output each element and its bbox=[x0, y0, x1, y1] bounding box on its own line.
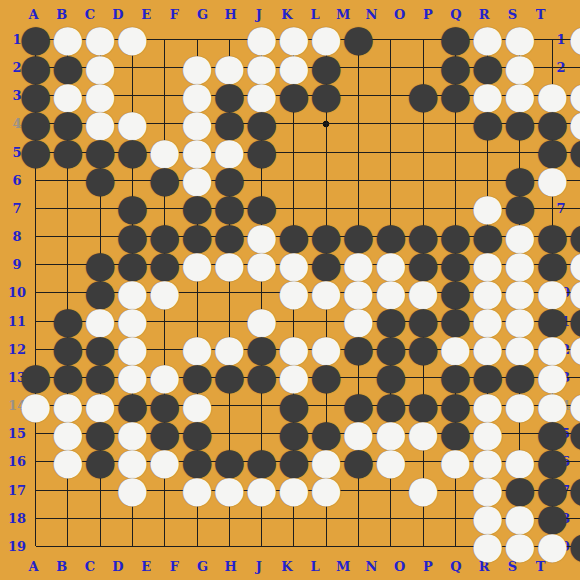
board-point-F8[interactable]: ● bbox=[181, 223, 213, 251]
board-point-P10[interactable]: ● bbox=[472, 279, 504, 307]
board-point-A13[interactable]: ● bbox=[19, 363, 51, 391]
board-point-P15[interactable]: ● bbox=[472, 420, 504, 448]
board-point-O2[interactable]: ● bbox=[439, 54, 471, 82]
board-point-K18[interactable] bbox=[310, 504, 342, 532]
board-point-D7[interactable]: ● bbox=[116, 194, 148, 222]
board-point-S11[interactable]: ● bbox=[568, 307, 580, 335]
board-point-A10[interactable] bbox=[19, 279, 51, 307]
board-point-F2[interactable]: ● bbox=[181, 54, 213, 82]
board-point-L9[interactable]: ● bbox=[342, 251, 374, 279]
board-point-J1[interactable]: ● bbox=[278, 25, 310, 53]
board-point-N5[interactable] bbox=[407, 138, 439, 166]
board-point-C16[interactable]: ● bbox=[84, 448, 116, 476]
board-point-Q5[interactable] bbox=[504, 138, 536, 166]
board-point-P12[interactable]: ● bbox=[472, 335, 504, 363]
board-point-G2[interactable]: ● bbox=[213, 54, 245, 82]
board-point-L11[interactable]: ● bbox=[342, 307, 374, 335]
board-point-K9[interactable]: ● bbox=[310, 251, 342, 279]
board-point-E7[interactable] bbox=[149, 194, 181, 222]
board-point-O17[interactable] bbox=[439, 476, 471, 504]
board-point-G1[interactable] bbox=[213, 25, 245, 53]
board-point-S7[interactable] bbox=[568, 194, 580, 222]
board-point-B1[interactable]: ● bbox=[52, 25, 84, 53]
board-point-C8[interactable] bbox=[84, 223, 116, 251]
board-point-P16[interactable]: ● bbox=[472, 448, 504, 476]
board-point-R18[interactable]: ● bbox=[536, 504, 568, 532]
board-point-M1[interactable] bbox=[375, 25, 407, 53]
board-point-O5[interactable] bbox=[439, 138, 471, 166]
board-point-P17[interactable]: ● bbox=[472, 476, 504, 504]
board-point-E19[interactable] bbox=[149, 532, 181, 560]
board-point-D4[interactable]: ● bbox=[116, 110, 148, 138]
board-point-R5[interactable]: ● bbox=[536, 138, 568, 166]
board-point-H1[interactable]: ● bbox=[245, 25, 277, 53]
board-point-Q6[interactable]: ● bbox=[504, 166, 536, 194]
board-point-S3[interactable]: ● bbox=[568, 82, 580, 110]
board-point-Q17[interactable]: ● bbox=[504, 476, 536, 504]
board-point-M4[interactable] bbox=[375, 110, 407, 138]
board-point-N14[interactable]: ● bbox=[407, 392, 439, 420]
board-point-O11[interactable]: ● bbox=[439, 307, 471, 335]
board-point-B3[interactable]: ● bbox=[52, 82, 84, 110]
board-point-K13[interactable]: ● bbox=[310, 363, 342, 391]
board-point-G4[interactable]: ● bbox=[213, 110, 245, 138]
board-point-E1[interactable] bbox=[149, 25, 181, 53]
board-point-R9[interactable]: ● bbox=[536, 251, 568, 279]
board-point-K19[interactable] bbox=[310, 532, 342, 560]
board-point-O13[interactable]: ● bbox=[439, 363, 471, 391]
board-point-C1[interactable]: ● bbox=[84, 25, 116, 53]
board-point-F16[interactable]: ● bbox=[181, 448, 213, 476]
board-point-M13[interactable]: ● bbox=[375, 363, 407, 391]
board-point-Q15[interactable] bbox=[504, 420, 536, 448]
board-point-J14[interactable]: ● bbox=[278, 392, 310, 420]
board-point-K17[interactable]: ● bbox=[310, 476, 342, 504]
board-point-F12[interactable]: ● bbox=[181, 335, 213, 363]
board-point-M11[interactable]: ● bbox=[375, 307, 407, 335]
board-point-E18[interactable] bbox=[149, 504, 181, 532]
board-point-M6[interactable] bbox=[375, 166, 407, 194]
board-point-E13[interactable]: ● bbox=[149, 363, 181, 391]
board-point-S16[interactable] bbox=[568, 448, 580, 476]
board-point-A1[interactable]: ● bbox=[19, 25, 51, 53]
board-point-H13[interactable]: ● bbox=[245, 363, 277, 391]
board-point-G3[interactable]: ● bbox=[213, 82, 245, 110]
board-point-S8[interactable]: ● bbox=[568, 223, 580, 251]
board-point-R16[interactable]: ● bbox=[536, 448, 568, 476]
board-point-H9[interactable]: ● bbox=[245, 251, 277, 279]
board-point-N13[interactable] bbox=[407, 363, 439, 391]
board-point-Q9[interactable]: ● bbox=[504, 251, 536, 279]
board-point-C13[interactable]: ● bbox=[84, 363, 116, 391]
board-point-N12[interactable]: ● bbox=[407, 335, 439, 363]
board-point-A3[interactable]: ● bbox=[19, 82, 51, 110]
board-point-C2[interactable]: ● bbox=[84, 54, 116, 82]
board-point-K8[interactable]: ● bbox=[310, 223, 342, 251]
board-point-O3[interactable]: ● bbox=[439, 82, 471, 110]
board-point-Q11[interactable]: ● bbox=[504, 307, 536, 335]
board-point-N15[interactable]: ● bbox=[407, 420, 439, 448]
board-point-M16[interactable]: ● bbox=[375, 448, 407, 476]
board-point-A7[interactable] bbox=[19, 194, 51, 222]
board-point-G18[interactable] bbox=[213, 504, 245, 532]
board-point-S14[interactable]: ● bbox=[568, 392, 580, 420]
board-point-G13[interactable]: ● bbox=[213, 363, 245, 391]
board-point-G19[interactable] bbox=[213, 532, 245, 560]
board-point-O14[interactable]: ● bbox=[439, 392, 471, 420]
board-point-B6[interactable] bbox=[52, 166, 84, 194]
board-point-A12[interactable] bbox=[19, 335, 51, 363]
board-point-K10[interactable]: ● bbox=[310, 279, 342, 307]
board-point-O1[interactable]: ● bbox=[439, 25, 471, 53]
board-point-H12[interactable]: ● bbox=[245, 335, 277, 363]
board-point-K4[interactable] bbox=[310, 110, 342, 138]
board-point-L5[interactable] bbox=[342, 138, 374, 166]
board-point-D2[interactable] bbox=[116, 54, 148, 82]
board-point-G11[interactable] bbox=[213, 307, 245, 335]
board-point-C17[interactable] bbox=[84, 476, 116, 504]
board-point-S12[interactable]: ● bbox=[568, 335, 580, 363]
board-point-L7[interactable] bbox=[342, 194, 374, 222]
board-point-D10[interactable]: ● bbox=[116, 279, 148, 307]
board-point-R2[interactable] bbox=[536, 54, 568, 82]
board-point-P3[interactable]: ● bbox=[472, 82, 504, 110]
board-point-B11[interactable]: ● bbox=[52, 307, 84, 335]
board-point-C3[interactable]: ● bbox=[84, 82, 116, 110]
board-point-P2[interactable]: ● bbox=[472, 54, 504, 82]
board-point-O10[interactable]: ● bbox=[439, 279, 471, 307]
board-point-A8[interactable] bbox=[19, 223, 51, 251]
board-point-L16[interactable]: ● bbox=[342, 448, 374, 476]
board-point-F1[interactable] bbox=[181, 25, 213, 53]
board-point-B5[interactable]: ● bbox=[52, 138, 84, 166]
board-point-L8[interactable]: ● bbox=[342, 223, 374, 251]
board-point-P1[interactable]: ● bbox=[472, 25, 504, 53]
board-point-J8[interactable]: ● bbox=[278, 223, 310, 251]
board-point-O7[interactable] bbox=[439, 194, 471, 222]
board-point-R10[interactable]: ● bbox=[536, 279, 568, 307]
board-point-F11[interactable] bbox=[181, 307, 213, 335]
board-point-L14[interactable]: ● bbox=[342, 392, 374, 420]
board-point-A15[interactable] bbox=[19, 420, 51, 448]
board-point-A5[interactable]: ● bbox=[19, 138, 51, 166]
board-point-Q18[interactable]: ● bbox=[504, 504, 536, 532]
board-point-G8[interactable]: ● bbox=[213, 223, 245, 251]
board-point-D1[interactable]: ● bbox=[116, 25, 148, 53]
board-point-R3[interactable]: ● bbox=[536, 82, 568, 110]
board-point-D16[interactable]: ● bbox=[116, 448, 148, 476]
board-point-D3[interactable] bbox=[116, 82, 148, 110]
board-point-K16[interactable]: ● bbox=[310, 448, 342, 476]
board-point-D15[interactable]: ● bbox=[116, 420, 148, 448]
board-point-Q4[interactable]: ● bbox=[504, 110, 536, 138]
board-point-E2[interactable] bbox=[149, 54, 181, 82]
board-point-Q3[interactable]: ● bbox=[504, 82, 536, 110]
board-point-A16[interactable] bbox=[19, 448, 51, 476]
board-point-A17[interactable] bbox=[19, 476, 51, 504]
board-point-C6[interactable]: ● bbox=[84, 166, 116, 194]
board-point-R19[interactable]: ● bbox=[536, 532, 568, 560]
board-point-D18[interactable] bbox=[116, 504, 148, 532]
board-point-S1[interactable]: ● bbox=[568, 25, 580, 53]
board-point-C15[interactable]: ● bbox=[84, 420, 116, 448]
board-point-O16[interactable]: ● bbox=[439, 448, 471, 476]
board-point-R14[interactable]: ● bbox=[536, 392, 568, 420]
board-point-S19[interactable]: ● bbox=[568, 532, 580, 560]
board-point-N6[interactable] bbox=[407, 166, 439, 194]
board-point-P9[interactable]: ● bbox=[472, 251, 504, 279]
board-point-J15[interactable]: ● bbox=[278, 420, 310, 448]
board-point-F14[interactable]: ● bbox=[181, 392, 213, 420]
board-point-B4[interactable]: ● bbox=[52, 110, 84, 138]
board-point-H2[interactable]: ● bbox=[245, 54, 277, 82]
board-point-L2[interactable] bbox=[342, 54, 374, 82]
board-point-B10[interactable] bbox=[52, 279, 84, 307]
board-point-L4[interactable] bbox=[342, 110, 374, 138]
board-point-O4[interactable] bbox=[439, 110, 471, 138]
board-point-D5[interactable]: ● bbox=[116, 138, 148, 166]
board-point-N16[interactable] bbox=[407, 448, 439, 476]
board-point-E15[interactable]: ● bbox=[149, 420, 181, 448]
board-point-N18[interactable] bbox=[407, 504, 439, 532]
board-point-G6[interactable]: ● bbox=[213, 166, 245, 194]
board-point-C11[interactable]: ● bbox=[84, 307, 116, 335]
board-point-N4[interactable] bbox=[407, 110, 439, 138]
board-point-E11[interactable] bbox=[149, 307, 181, 335]
board-point-F10[interactable] bbox=[181, 279, 213, 307]
board-point-G17[interactable]: ● bbox=[213, 476, 245, 504]
board-point-H7[interactable]: ● bbox=[245, 194, 277, 222]
board-point-C10[interactable]: ● bbox=[84, 279, 116, 307]
board-point-R8[interactable]: ● bbox=[536, 223, 568, 251]
board-point-O15[interactable]: ● bbox=[439, 420, 471, 448]
board-point-J13[interactable]: ● bbox=[278, 363, 310, 391]
board-point-E5[interactable]: ● bbox=[149, 138, 181, 166]
board-point-E6[interactable]: ● bbox=[149, 166, 181, 194]
board-point-F6[interactable]: ● bbox=[181, 166, 213, 194]
board-point-Q16[interactable]: ● bbox=[504, 448, 536, 476]
board-point-C9[interactable]: ● bbox=[84, 251, 116, 279]
board-point-M7[interactable] bbox=[375, 194, 407, 222]
board-point-P11[interactable]: ● bbox=[472, 307, 504, 335]
board-point-A18[interactable] bbox=[19, 504, 51, 532]
board-point-Q13[interactable]: ● bbox=[504, 363, 536, 391]
board-point-M18[interactable] bbox=[375, 504, 407, 532]
board-point-K15[interactable]: ● bbox=[310, 420, 342, 448]
board-point-B18[interactable] bbox=[52, 504, 84, 532]
board-point-M5[interactable] bbox=[375, 138, 407, 166]
board-point-A11[interactable] bbox=[19, 307, 51, 335]
board-point-F19[interactable] bbox=[181, 532, 213, 560]
board-point-K5[interactable] bbox=[310, 138, 342, 166]
board-point-E4[interactable] bbox=[149, 110, 181, 138]
board-point-E8[interactable]: ● bbox=[149, 223, 181, 251]
board-point-G12[interactable]: ● bbox=[213, 335, 245, 363]
board-point-S5[interactable]: ● bbox=[568, 138, 580, 166]
board-point-B13[interactable]: ● bbox=[52, 363, 84, 391]
board-point-H8[interactable]: ● bbox=[245, 223, 277, 251]
board-point-Q7[interactable]: ● bbox=[504, 194, 536, 222]
board-point-D17[interactable]: ● bbox=[116, 476, 148, 504]
board-point-H14[interactable] bbox=[245, 392, 277, 420]
board-point-S6[interactable] bbox=[568, 166, 580, 194]
board-point-L15[interactable]: ● bbox=[342, 420, 374, 448]
board-point-K6[interactable] bbox=[310, 166, 342, 194]
board-point-R12[interactable]: ● bbox=[536, 335, 568, 363]
board-point-J11[interactable] bbox=[278, 307, 310, 335]
board-point-H10[interactable] bbox=[245, 279, 277, 307]
board-point-H15[interactable] bbox=[245, 420, 277, 448]
board-point-J12[interactable]: ● bbox=[278, 335, 310, 363]
board-point-G5[interactable]: ● bbox=[213, 138, 245, 166]
board-point-N3[interactable]: ● bbox=[407, 82, 439, 110]
board-point-L3[interactable] bbox=[342, 82, 374, 110]
board-point-B16[interactable]: ● bbox=[52, 448, 84, 476]
board-point-P6[interactable] bbox=[472, 166, 504, 194]
board-point-R17[interactable]: ● bbox=[536, 476, 568, 504]
board-point-O8[interactable]: ● bbox=[439, 223, 471, 251]
board-point-S10[interactable]: ● bbox=[568, 279, 580, 307]
board-point-S15[interactable]: ● bbox=[568, 420, 580, 448]
board-point-C19[interactable] bbox=[84, 532, 116, 560]
board-point-Q8[interactable]: ● bbox=[504, 223, 536, 251]
board-point-H16[interactable]: ● bbox=[245, 448, 277, 476]
board-point-F3[interactable]: ● bbox=[181, 82, 213, 110]
board-point-M17[interactable] bbox=[375, 476, 407, 504]
board-point-L1[interactable]: ● bbox=[342, 25, 374, 53]
board-point-H18[interactable] bbox=[245, 504, 277, 532]
board-point-M3[interactable] bbox=[375, 82, 407, 110]
board-point-O12[interactable]: ● bbox=[439, 335, 471, 363]
board-point-M14[interactable]: ● bbox=[375, 392, 407, 420]
board-point-P18[interactable]: ● bbox=[472, 504, 504, 532]
board-point-B7[interactable] bbox=[52, 194, 84, 222]
board-point-C5[interactable]: ● bbox=[84, 138, 116, 166]
board-point-K7[interactable] bbox=[310, 194, 342, 222]
board-point-L12[interactable]: ● bbox=[342, 335, 374, 363]
board-point-L18[interactable] bbox=[342, 504, 374, 532]
board-point-F17[interactable]: ● bbox=[181, 476, 213, 504]
board-point-A14[interactable]: ● bbox=[19, 392, 51, 420]
board-point-P4[interactable]: ● bbox=[472, 110, 504, 138]
board-point-S9[interactable]: ● bbox=[568, 251, 580, 279]
board-point-O9[interactable]: ● bbox=[439, 251, 471, 279]
board-point-P19[interactable]: ● bbox=[472, 532, 504, 560]
board-point-J18[interactable] bbox=[278, 504, 310, 532]
board-point-L19[interactable] bbox=[342, 532, 374, 560]
board-point-G9[interactable]: ● bbox=[213, 251, 245, 279]
board-point-E16[interactable]: ● bbox=[149, 448, 181, 476]
board-point-Q1[interactable]: ● bbox=[504, 25, 536, 53]
board-point-R15[interactable]: ● bbox=[536, 420, 568, 448]
board-point-Q2[interactable]: ● bbox=[504, 54, 536, 82]
board-point-M19[interactable] bbox=[375, 532, 407, 560]
board-point-H19[interactable] bbox=[245, 532, 277, 560]
board-point-E3[interactable] bbox=[149, 82, 181, 110]
board-point-D13[interactable]: ● bbox=[116, 363, 148, 391]
board-point-N8[interactable]: ● bbox=[407, 223, 439, 251]
board-point-K11[interactable] bbox=[310, 307, 342, 335]
board-point-A4[interactable]: ● bbox=[19, 110, 51, 138]
board-point-S4[interactable]: ● bbox=[568, 110, 580, 138]
board-point-P8[interactable]: ● bbox=[472, 223, 504, 251]
board-point-D8[interactable]: ● bbox=[116, 223, 148, 251]
board-point-B2[interactable]: ● bbox=[52, 54, 84, 82]
board-point-N7[interactable] bbox=[407, 194, 439, 222]
board-point-H17[interactable]: ● bbox=[245, 476, 277, 504]
board-point-D14[interactable]: ● bbox=[116, 392, 148, 420]
board-point-S17[interactable]: ● bbox=[568, 476, 580, 504]
board-point-G16[interactable]: ● bbox=[213, 448, 245, 476]
board-point-Q12[interactable]: ● bbox=[504, 335, 536, 363]
board-point-J5[interactable] bbox=[278, 138, 310, 166]
board-point-D9[interactable]: ● bbox=[116, 251, 148, 279]
board-point-P7[interactable]: ● bbox=[472, 194, 504, 222]
board-point-H4[interactable]: ● bbox=[245, 110, 277, 138]
board-point-D19[interactable] bbox=[116, 532, 148, 560]
board-point-F13[interactable]: ● bbox=[181, 363, 213, 391]
board-point-D12[interactable]: ● bbox=[116, 335, 148, 363]
board-point-N2[interactable] bbox=[407, 54, 439, 82]
board-point-H3[interactable]: ● bbox=[245, 82, 277, 110]
board-point-S13[interactable] bbox=[568, 363, 580, 391]
board-point-E10[interactable]: ● bbox=[149, 279, 181, 307]
board-point-S18[interactable] bbox=[568, 504, 580, 532]
board-point-H6[interactable] bbox=[245, 166, 277, 194]
board-point-R7[interactable] bbox=[536, 194, 568, 222]
board-point-B12[interactable]: ● bbox=[52, 335, 84, 363]
board-point-F4[interactable]: ● bbox=[181, 110, 213, 138]
board-point-S2[interactable] bbox=[568, 54, 580, 82]
board-point-F15[interactable]: ● bbox=[181, 420, 213, 448]
board-point-M8[interactable]: ● bbox=[375, 223, 407, 251]
board-point-E17[interactable] bbox=[149, 476, 181, 504]
board-point-A9[interactable] bbox=[19, 251, 51, 279]
board-point-K14[interactable] bbox=[310, 392, 342, 420]
board-point-M9[interactable]: ● bbox=[375, 251, 407, 279]
board-point-M12[interactable]: ● bbox=[375, 335, 407, 363]
board-point-F7[interactable]: ● bbox=[181, 194, 213, 222]
board-point-G15[interactable] bbox=[213, 420, 245, 448]
board-point-G10[interactable] bbox=[213, 279, 245, 307]
board-point-B19[interactable] bbox=[52, 532, 84, 560]
board-point-J17[interactable]: ● bbox=[278, 476, 310, 504]
board-point-N9[interactable]: ● bbox=[407, 251, 439, 279]
board-point-E9[interactable]: ● bbox=[149, 251, 181, 279]
board-point-H5[interactable]: ● bbox=[245, 138, 277, 166]
board-point-B9[interactable] bbox=[52, 251, 84, 279]
board-point-K12[interactable]: ● bbox=[310, 335, 342, 363]
board-point-J7[interactable] bbox=[278, 194, 310, 222]
board-point-Q19[interactable]: ● bbox=[504, 532, 536, 560]
board-point-O18[interactable] bbox=[439, 504, 471, 532]
board-point-N1[interactable] bbox=[407, 25, 439, 53]
board-point-E14[interactable]: ● bbox=[149, 392, 181, 420]
board-point-J9[interactable]: ● bbox=[278, 251, 310, 279]
board-point-J3[interactable]: ● bbox=[278, 82, 310, 110]
board-point-J16[interactable]: ● bbox=[278, 448, 310, 476]
board-point-N11[interactable]: ● bbox=[407, 307, 439, 335]
board-point-F18[interactable] bbox=[181, 504, 213, 532]
board-point-F9[interactable]: ● bbox=[181, 251, 213, 279]
board-point-R11[interactable]: ● bbox=[536, 307, 568, 335]
board-point-D11[interactable]: ● bbox=[116, 307, 148, 335]
board-point-E12[interactable] bbox=[149, 335, 181, 363]
board-point-J10[interactable]: ● bbox=[278, 279, 310, 307]
board-point-C7[interactable] bbox=[84, 194, 116, 222]
board-point-Q10[interactable]: ● bbox=[504, 279, 536, 307]
board-point-N10[interactable]: ● bbox=[407, 279, 439, 307]
